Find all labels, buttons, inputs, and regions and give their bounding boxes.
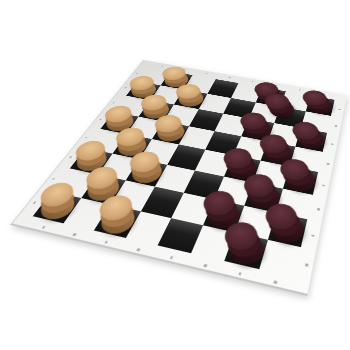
checker-piece-dark [269,213,307,246]
checker-piece-dark [267,100,296,120]
checker-piece-light [153,122,188,144]
checker-piece-dark [306,96,334,115]
checkers-board [10,60,347,296]
checker-piece-light [127,159,166,185]
checker-piece-light [175,90,207,109]
board-perspective-wrap [0,0,350,350]
checker-piece-dark [296,128,327,151]
photo-canvas [0,0,350,350]
checker-piece-light [95,205,140,237]
checker-piece-dark [283,167,317,194]
checker-piece-dark [225,233,266,268]
checker-piece-light [34,192,80,223]
board-pieces [10,60,347,296]
